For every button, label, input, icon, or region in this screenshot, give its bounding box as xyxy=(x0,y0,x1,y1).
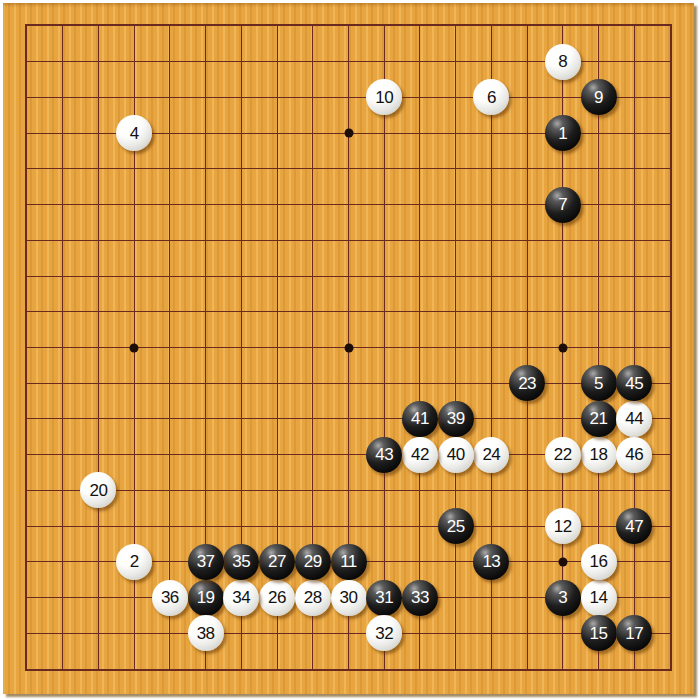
stone-move-number: 16 xyxy=(590,553,608,570)
stone-move-number: 3 xyxy=(558,589,567,606)
stone-move-number: 10 xyxy=(375,89,393,106)
stone-move-number: 20 xyxy=(89,482,107,499)
go-board[interactable]: 1234567891011121314151617181920212223242… xyxy=(3,3,694,694)
grid-line-horizontal xyxy=(27,418,670,419)
stone-move-number: 9 xyxy=(594,89,603,106)
stone-black-3: 3 xyxy=(545,580,581,616)
stone-white-20: 20 xyxy=(80,472,116,508)
stone-white-40: 40 xyxy=(438,437,474,473)
stone-black-15: 15 xyxy=(581,615,617,651)
stone-white-42: 42 xyxy=(402,437,438,473)
stone-white-16: 16 xyxy=(581,544,617,580)
stone-move-number: 22 xyxy=(554,446,572,463)
stone-black-43: 43 xyxy=(366,437,402,473)
stone-white-8: 8 xyxy=(545,44,581,80)
stone-move-number: 38 xyxy=(197,625,215,642)
stone-move-number: 32 xyxy=(375,625,393,642)
stone-white-6: 6 xyxy=(473,79,509,115)
stone-white-26: 26 xyxy=(259,580,295,616)
stone-black-13: 13 xyxy=(473,544,509,580)
stone-move-number: 36 xyxy=(161,589,179,606)
board-grid: 1234567891011121314151617181920212223242… xyxy=(25,24,672,671)
grid-line-vertical xyxy=(419,26,420,669)
grid-line-vertical xyxy=(384,26,385,669)
stone-move-number: 18 xyxy=(590,446,608,463)
grid-line-horizontal xyxy=(27,633,670,634)
stone-white-30: 30 xyxy=(331,580,367,616)
stone-white-12: 12 xyxy=(545,508,581,544)
stone-black-5: 5 xyxy=(581,365,617,401)
stone-black-47: 47 xyxy=(616,508,652,544)
star-point xyxy=(558,557,567,566)
stone-black-33: 33 xyxy=(402,580,438,616)
stone-move-number: 1 xyxy=(558,125,567,142)
stone-move-number: 30 xyxy=(340,589,358,606)
stone-move-number: 39 xyxy=(447,410,465,427)
star-point xyxy=(558,343,567,352)
stone-black-27: 27 xyxy=(259,544,295,580)
stone-white-14: 14 xyxy=(581,580,617,616)
stone-move-number: 24 xyxy=(482,446,500,463)
stone-black-29: 29 xyxy=(295,544,331,580)
stone-black-21: 21 xyxy=(581,401,617,437)
stone-black-23: 23 xyxy=(509,365,545,401)
stone-move-number: 45 xyxy=(625,375,643,392)
stone-black-45: 45 xyxy=(616,365,652,401)
stone-move-number: 13 xyxy=(482,553,500,570)
stone-move-number: 12 xyxy=(554,518,572,535)
grid-line-vertical xyxy=(527,26,528,669)
stone-move-number: 14 xyxy=(590,589,608,606)
stone-move-number: 2 xyxy=(130,553,139,570)
stone-move-number: 41 xyxy=(411,410,429,427)
stone-white-38: 38 xyxy=(188,615,224,651)
go-diagram-page: 1234567891011121314151617181920212223242… xyxy=(0,0,700,700)
stone-black-25: 25 xyxy=(438,508,474,544)
grid-line-vertical xyxy=(634,26,635,669)
stone-white-24: 24 xyxy=(473,437,509,473)
stone-white-46: 46 xyxy=(616,437,652,473)
stone-white-44: 44 xyxy=(616,401,652,437)
stone-move-number: 31 xyxy=(375,589,393,606)
star-point xyxy=(344,343,353,352)
stone-move-number: 11 xyxy=(340,553,357,570)
stone-white-4: 4 xyxy=(116,115,152,151)
grid-line-horizontal xyxy=(27,383,670,384)
stone-move-number: 7 xyxy=(558,196,567,213)
stone-white-34: 34 xyxy=(223,580,259,616)
stone-white-28: 28 xyxy=(295,580,331,616)
stone-white-10: 10 xyxy=(366,79,402,115)
stone-black-1: 1 xyxy=(545,115,581,151)
stone-black-39: 39 xyxy=(438,401,474,437)
stone-move-number: 35 xyxy=(232,553,250,570)
stone-white-32: 32 xyxy=(366,615,402,651)
stone-move-number: 6 xyxy=(487,89,496,106)
stone-move-number: 4 xyxy=(130,125,139,142)
star-point xyxy=(344,129,353,138)
stone-black-9: 9 xyxy=(581,79,617,115)
stone-black-19: 19 xyxy=(188,580,224,616)
stone-move-number: 19 xyxy=(197,589,215,606)
stone-black-37: 37 xyxy=(188,544,224,580)
stone-move-number: 23 xyxy=(518,375,536,392)
stone-move-number: 34 xyxy=(232,589,250,606)
stone-white-2: 2 xyxy=(116,544,152,580)
stone-move-number: 26 xyxy=(268,589,286,606)
stone-white-22: 22 xyxy=(545,437,581,473)
stone-move-number: 17 xyxy=(625,625,643,642)
stone-move-number: 40 xyxy=(447,446,465,463)
stone-move-number: 5 xyxy=(594,375,603,392)
stone-white-18: 18 xyxy=(581,437,617,473)
stone-move-number: 44 xyxy=(625,410,643,427)
stone-move-number: 43 xyxy=(375,446,393,463)
stone-move-number: 28 xyxy=(304,589,322,606)
stone-move-number: 33 xyxy=(411,589,429,606)
stone-black-7: 7 xyxy=(545,187,581,223)
stone-move-number: 42 xyxy=(411,446,429,463)
stone-move-number: 27 xyxy=(268,553,286,570)
stone-move-number: 46 xyxy=(625,446,643,463)
stone-move-number: 25 xyxy=(447,518,465,535)
stone-move-number: 37 xyxy=(197,553,215,570)
grid-line-vertical xyxy=(455,26,456,669)
stone-move-number: 15 xyxy=(590,625,608,642)
stone-move-number: 8 xyxy=(558,53,567,70)
stone-black-31: 31 xyxy=(366,580,402,616)
grid-line-horizontal xyxy=(27,490,670,491)
stone-black-17: 17 xyxy=(616,615,652,651)
stone-white-36: 36 xyxy=(152,580,188,616)
stone-black-35: 35 xyxy=(223,544,259,580)
stone-move-number: 29 xyxy=(304,553,322,570)
stone-black-11: 11 xyxy=(331,544,367,580)
stone-move-number: 21 xyxy=(590,410,608,427)
stone-black-41: 41 xyxy=(402,401,438,437)
stone-move-number: 47 xyxy=(625,518,643,535)
star-point xyxy=(130,343,139,352)
